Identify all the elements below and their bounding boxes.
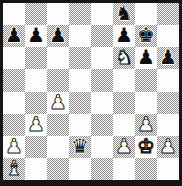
square-a7[interactable]: ♟ xyxy=(3,25,25,47)
square-b4[interactable] xyxy=(25,92,47,114)
square-d7[interactable] xyxy=(69,25,91,47)
square-d1[interactable] xyxy=(69,158,91,180)
square-a2[interactable]: ♟ xyxy=(3,136,25,158)
square-a1[interactable]: ♝ xyxy=(3,158,25,180)
square-d3[interactable] xyxy=(69,114,91,136)
square-e1[interactable] xyxy=(91,158,113,180)
square-g7[interactable]: ♚ xyxy=(135,25,157,47)
square-a6[interactable] xyxy=(3,47,25,69)
square-b6[interactable] xyxy=(25,47,47,69)
square-h4[interactable] xyxy=(157,92,179,114)
square-f7[interactable]: ♟ xyxy=(113,25,135,47)
piece-white-king: ♚ xyxy=(137,136,155,156)
square-e5[interactable] xyxy=(91,69,113,91)
square-g2[interactable]: ♚ xyxy=(135,136,157,158)
square-e7[interactable] xyxy=(91,25,113,47)
square-b5[interactable] xyxy=(25,69,47,91)
square-e6[interactable] xyxy=(91,47,113,69)
square-b1[interactable] xyxy=(25,158,47,180)
board-frame: ♞♟♟♟♟♚♞♟♟♟♟♟♟♛♟♚♟♝ xyxy=(0,0,182,186)
square-e8[interactable] xyxy=(91,3,113,25)
piece-black-pawn: ♟ xyxy=(137,47,155,67)
square-c3[interactable] xyxy=(47,114,69,136)
square-b8[interactable] xyxy=(25,3,47,25)
square-c4[interactable]: ♟ xyxy=(47,92,69,114)
piece-white-pawn: ♟ xyxy=(49,92,67,112)
square-b2[interactable] xyxy=(25,136,47,158)
square-a3[interactable] xyxy=(3,114,25,136)
square-e4[interactable] xyxy=(91,92,113,114)
square-d4[interactable] xyxy=(69,92,91,114)
square-a8[interactable] xyxy=(3,3,25,25)
square-h1[interactable] xyxy=(157,158,179,180)
square-f2[interactable]: ♟ xyxy=(113,136,135,158)
piece-black-knight: ♞ xyxy=(115,3,133,23)
square-h6[interactable]: ♟ xyxy=(157,47,179,69)
square-c6[interactable] xyxy=(47,47,69,69)
square-g8[interactable] xyxy=(135,3,157,25)
piece-white-knight: ♞ xyxy=(115,47,133,67)
square-f3[interactable] xyxy=(113,114,135,136)
square-c7[interactable]: ♟ xyxy=(47,25,69,47)
square-g1[interactable] xyxy=(135,158,157,180)
square-g5[interactable] xyxy=(135,69,157,91)
square-h8[interactable] xyxy=(157,3,179,25)
square-g3[interactable]: ♟ xyxy=(135,114,157,136)
piece-black-queen: ♛ xyxy=(71,136,89,156)
square-d2[interactable]: ♛ xyxy=(69,136,91,158)
piece-black-pawn: ♟ xyxy=(159,47,177,67)
piece-black-king: ♚ xyxy=(137,25,155,45)
square-c8[interactable] xyxy=(47,3,69,25)
square-f6[interactable]: ♞ xyxy=(113,47,135,69)
piece-white-pawn: ♟ xyxy=(5,136,23,156)
square-b7[interactable]: ♟ xyxy=(25,25,47,47)
square-a5[interactable] xyxy=(3,69,25,91)
square-f4[interactable] xyxy=(113,92,135,114)
piece-black-pawn: ♟ xyxy=(49,25,67,45)
square-h7[interactable] xyxy=(157,25,179,47)
square-b3[interactable]: ♟ xyxy=(25,114,47,136)
square-h3[interactable] xyxy=(157,114,179,136)
square-h2[interactable]: ♟ xyxy=(157,136,179,158)
piece-white-pawn: ♟ xyxy=(137,114,155,134)
piece-white-pawn: ♟ xyxy=(159,136,177,156)
square-h5[interactable] xyxy=(157,69,179,91)
square-a4[interactable] xyxy=(3,92,25,114)
square-d8[interactable] xyxy=(69,3,91,25)
chess-board: ♞♟♟♟♟♚♞♟♟♟♟♟♟♛♟♚♟♝ xyxy=(3,3,179,180)
square-e2[interactable] xyxy=(91,136,113,158)
piece-white-bishop: ♝ xyxy=(5,158,23,178)
piece-black-pawn: ♟ xyxy=(5,25,23,45)
piece-black-pawn: ♟ xyxy=(115,25,133,45)
square-f1[interactable] xyxy=(113,158,135,180)
square-e3[interactable] xyxy=(91,114,113,136)
square-g4[interactable] xyxy=(135,92,157,114)
piece-black-pawn: ♟ xyxy=(27,25,45,45)
square-d5[interactable] xyxy=(69,69,91,91)
square-g6[interactable]: ♟ xyxy=(135,47,157,69)
piece-white-pawn: ♟ xyxy=(27,114,45,134)
square-c2[interactable] xyxy=(47,136,69,158)
square-c5[interactable] xyxy=(47,69,69,91)
square-f8[interactable]: ♞ xyxy=(113,3,135,25)
square-c1[interactable] xyxy=(47,158,69,180)
piece-white-pawn: ♟ xyxy=(115,136,133,156)
square-f5[interactable] xyxy=(113,69,135,91)
square-d6[interactable] xyxy=(69,47,91,69)
